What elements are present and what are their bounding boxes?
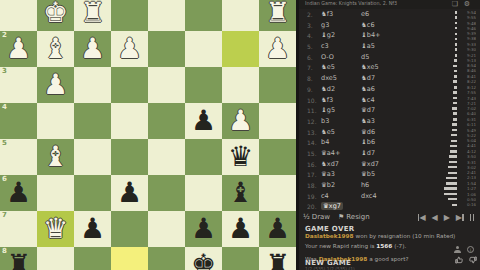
square-h7[interactable]: 7: [0, 211, 37, 247]
move-number: 9.: [307, 86, 319, 93]
black-move-Nd7[interactable]: ♞d7: [361, 74, 405, 82]
move-row-11: 11.♝g5♛d77:026:40: [299, 106, 480, 117]
move-navigation: ◀ ◀ ▶ ▶: [418, 213, 474, 222]
move-times: 9:339:30: [442, 42, 476, 53]
square-b8[interactable]: [222, 247, 259, 270]
black-move-dxc4[interactable]: dxc4: [361, 192, 405, 200]
square-d2[interactable]: [148, 31, 185, 67]
square-h4[interactable]: 4: [0, 103, 37, 139]
opening-name: Indian Game: Knights Variation, 2. Nf3: [305, 1, 389, 6]
square-g1[interactable]: ♚: [37, 0, 74, 31]
square-f7[interactable]: ♟: [74, 211, 111, 247]
move-times: 5:495:22: [442, 128, 476, 139]
move-times: 9:399:38: [442, 31, 476, 42]
move-times: 3:313:02: [442, 160, 476, 171]
move-row-3: 3.g3♞c69:489:46: [299, 21, 480, 32]
black-move-Qxd7[interactable]: ♛xd7: [361, 160, 405, 168]
move-times: 9:219:13: [442, 53, 476, 64]
square-d4[interactable]: [148, 103, 185, 139]
square-a5[interactable]: [259, 139, 296, 175]
nav-next-button[interactable]: ▶: [444, 213, 450, 222]
piece-bB-b6[interactable]: ♝: [222, 175, 259, 211]
square-b4[interactable]: ♟: [222, 103, 259, 139]
move-row-10: 10.♞f3♞c47:437:21: [299, 96, 480, 107]
square-a6[interactable]: [259, 175, 296, 211]
square-e5[interactable]: [111, 139, 148, 175]
rank-label-2: 2: [2, 32, 7, 39]
move-times: 9:489:46: [442, 21, 476, 32]
square-d5[interactable]: [148, 139, 185, 175]
rank-label-5: 5: [2, 140, 7, 147]
half-point-icon: ½: [303, 213, 310, 221]
square-g7[interactable]: ♛: [37, 211, 74, 247]
square-b5[interactable]: ♛: [222, 139, 259, 175]
square-h1[interactable]: [0, 0, 37, 31]
draw-label: Draw: [312, 213, 330, 221]
square-d1[interactable]: [148, 0, 185, 31]
square-b6[interactable]: ♝: [222, 175, 259, 211]
square-f4[interactable]: [74, 103, 111, 139]
square-b3[interactable]: [222, 67, 259, 103]
square-g5[interactable]: ♝: [37, 139, 74, 175]
white-move-b3[interactable]: b3: [321, 117, 359, 125]
nav-first-button[interactable]: ◀: [418, 213, 426, 222]
square-e4[interactable]: [111, 103, 148, 139]
square-e8[interactable]: [111, 247, 148, 270]
piece-bP-e6[interactable]: ♟: [111, 175, 148, 211]
rating-line: Your new Rapid rating is 1566 (-7).: [305, 243, 429, 250]
square-c6[interactable]: [185, 175, 222, 211]
result-line: Daslatbek1998 won by resignation (10 min…: [305, 233, 429, 240]
move-number: 13.: [307, 129, 319, 136]
move-row-6: 6.O-Od59:219:13: [299, 53, 480, 64]
move-row-19: 19.c4dxc41:060:50: [299, 192, 480, 203]
black-move-Nc6[interactable]: ♞c6: [361, 21, 405, 29]
opening-header: Indian Game: Knights Variation, 2. Nf3 ❏…: [299, 0, 480, 9]
piece-wR-a1[interactable]: ♜: [259, 0, 296, 31]
game-over-side-icons: i: [454, 246, 474, 253]
move-times: 8:418:22: [442, 74, 476, 85]
square-d8[interactable]: [148, 247, 185, 270]
move-times: 4:123:50: [442, 149, 476, 160]
square-c3[interactable]: [185, 67, 222, 103]
black-move-Bb4+[interactable]: ♝b4+: [361, 31, 405, 39]
square-d7[interactable]: [148, 211, 185, 247]
winner-name[interactable]: Daslatbek1998: [305, 233, 354, 239]
move-number: 11.: [307, 107, 319, 114]
square-h5[interactable]: 5: [0, 139, 37, 175]
move-row-16: 16.♞xd7♛xd73:313:02: [299, 160, 480, 171]
black-move-e6[interactable]: e6: [361, 10, 405, 18]
move-times: 8:548:46: [442, 63, 476, 74]
move-row-2: 2.♞f3e69:549:55: [299, 10, 480, 21]
square-b2[interactable]: [222, 31, 259, 67]
move-number: 16.: [307, 161, 319, 168]
square-e3[interactable]: [111, 67, 148, 103]
square-e2[interactable]: ♟: [111, 31, 148, 67]
white-move-Nf3[interactable]: ♞f3: [321, 96, 359, 104]
resign-label: Resign: [346, 213, 369, 221]
board-layout-icon[interactable]: ❏: [452, 1, 458, 8]
move-number: 8.: [307, 75, 319, 82]
piece-wP-a2[interactable]: ♟: [259, 31, 296, 67]
white-move-Qxg7[interactable]: ♛xg7: [321, 202, 359, 210]
black-move-d5[interactable]: d5: [361, 53, 405, 61]
new-game-panel: NEW GAME 1/2 (535) 1/2 (535) (1): [305, 259, 477, 270]
rank-label-4: 4: [2, 104, 7, 111]
move-number: 10.: [307, 97, 319, 104]
square-d3[interactable]: [148, 67, 185, 103]
square-h2[interactable]: 2♟: [0, 31, 37, 67]
move-times: 8:127:55: [442, 85, 476, 96]
piece-bP-b7[interactable]: ♟: [222, 211, 259, 247]
square-c1[interactable]: [185, 0, 222, 31]
square-f8[interactable]: [74, 247, 111, 270]
rank-label-6: 6: [2, 176, 7, 183]
move-row-13: 13.♞e5♛d65:495:22: [299, 128, 480, 139]
square-e1[interactable]: [111, 0, 148, 31]
game-over-heading: GAME OVER: [305, 225, 477, 233]
white-move-Ne5[interactable]: ♞e5: [321, 128, 359, 136]
rank-label-8: 8: [2, 248, 7, 255]
square-f3[interactable]: [74, 67, 111, 103]
piece-wK-g1[interactable]: ♚: [37, 0, 74, 31]
piece-wQ-g7[interactable]: ♛: [37, 211, 74, 247]
square-c7[interactable]: ♟: [185, 211, 222, 247]
piece-bP-c4[interactable]: ♟: [185, 103, 222, 139]
move-number: 19.: [307, 193, 319, 200]
square-c5[interactable]: [185, 139, 222, 175]
white-move-dxe5[interactable]: dxe5: [321, 74, 359, 82]
move-row-18: 18.♛b2h61:541:27: [299, 181, 480, 192]
move-number: 5.: [307, 43, 319, 50]
move-row-12: 12.b3♞a36:316:11: [299, 117, 480, 128]
move-times: 1:541:27: [442, 181, 476, 192]
move-row-8: 8.dxe5♞d78:418:22: [299, 74, 480, 85]
square-e6[interactable]: ♟: [111, 175, 148, 211]
move-number: 15.: [307, 150, 319, 157]
piece-bK-c8[interactable]: ♚: [185, 247, 222, 270]
square-f6[interactable]: [74, 175, 111, 211]
menu-icon[interactable]: [470, 213, 475, 222]
square-b1[interactable]: [222, 0, 259, 31]
white-move-O-O[interactable]: O-O: [321, 53, 359, 61]
square-g6[interactable]: [37, 175, 74, 211]
move-number: 4.: [307, 32, 319, 39]
rank-label-3: 3: [2, 68, 7, 75]
rank-label-7: 7: [2, 212, 7, 219]
move-number: 2.: [307, 11, 319, 18]
move-row-14: 14.b4♝b65:044:41: [299, 138, 480, 149]
move-number: 7.: [307, 64, 319, 71]
black-move-Bd7[interactable]: ♝d7: [361, 149, 405, 157]
square-g8[interactable]: [37, 247, 74, 270]
new-game-heading[interactable]: NEW GAME: [305, 259, 477, 267]
piece-bP-c7[interactable]: ♟: [185, 211, 222, 247]
black-move-Nc4[interactable]: ♞c4: [361, 96, 405, 104]
move-number: 18.: [307, 182, 319, 189]
nav-last-button[interactable]: ▶: [456, 213, 464, 222]
piece-wP-f2[interactable]: ♟: [74, 31, 111, 67]
square-h8[interactable]: 8♜: [0, 247, 37, 270]
move-number: 17.: [307, 171, 319, 178]
square-h6[interactable]: 6♟: [0, 175, 37, 211]
square-h3[interactable]: 3: [0, 67, 37, 103]
white-move-g3[interactable]: g3: [321, 21, 359, 29]
chess-board[interactable]: ♚♜♜2♟♝♟♟♟3♟4♟♟5♝♛6♟♟♝7♛♟♟♟♟8♜♚♜: [0, 0, 296, 270]
white-move-Nxd7[interactable]: ♞xd7: [321, 160, 359, 168]
black-move-h6[interactable]: h6: [361, 181, 405, 189]
black-move-Nxe5[interactable]: ♞xe5: [361, 63, 405, 71]
white-move-c3[interactable]: c3: [321, 42, 359, 50]
piece-bR-a8[interactable]: ♜: [259, 247, 296, 270]
piece-wB-g2[interactable]: ♝: [37, 31, 74, 67]
move-times: 9:549:55: [442, 10, 476, 21]
resign-flag-icon: ⚑: [338, 213, 344, 221]
move-row-15: 15.♛a4+♝d74:123:50: [299, 149, 480, 160]
black-move-Qb5[interactable]: ♛b5: [361, 170, 405, 178]
square-a3[interactable]: [259, 67, 296, 103]
black-move-Na6[interactable]: ♞a6: [361, 85, 405, 93]
white-move-Bg2[interactable]: ♝g2: [321, 31, 359, 39]
white-move-c4[interactable]: c4: [321, 192, 359, 200]
square-e7[interactable]: [111, 211, 148, 247]
move-row-4: 4.♝g2♝b4+9:399:38: [299, 31, 480, 42]
piece-bP-f7[interactable]: ♟: [74, 211, 111, 247]
white-move-Qb2[interactable]: ♛b2: [321, 181, 359, 189]
square-a4[interactable]: [259, 103, 296, 139]
move-times: 7:026:40: [442, 106, 476, 117]
move-row-7: 7.♞e5♞xe58:548:46: [299, 63, 480, 74]
info-icon[interactable]: i: [467, 246, 474, 253]
app-window: ♚♜♜2♟♝♟♟♟3♟4♟♟5♝♛6♟♟♝7♛♟♟♟♟8♜♚♜ Indian G…: [0, 0, 480, 270]
square-a7[interactable]: ♟: [259, 211, 296, 247]
square-a1[interactable]: ♜: [259, 0, 296, 31]
move-number: 3.: [307, 22, 319, 29]
square-f5[interactable]: [74, 139, 111, 175]
resign-button[interactable]: ⚑Resign: [338, 213, 370, 221]
square-g4[interactable]: [37, 103, 74, 139]
player-profile-icon[interactable]: [454, 246, 461, 253]
gear-icon[interactable]: ⚙: [464, 1, 470, 8]
square-g3[interactable]: ♟: [37, 67, 74, 103]
move-number: 6.: [307, 54, 319, 61]
white-move-Bg5[interactable]: ♝g5: [321, 106, 359, 114]
white-move-Nd2[interactable]: ♞d2: [321, 85, 359, 93]
black-move-Qd6[interactable]: ♛d6: [361, 128, 405, 136]
square-g2[interactable]: ♝: [37, 31, 74, 67]
square-c4[interactable]: ♟: [185, 103, 222, 139]
move-times: 5:044:41: [442, 138, 476, 149]
black-move-Na3[interactable]: ♞a3: [361, 117, 405, 125]
piece-wP-e2[interactable]: ♟: [111, 31, 148, 67]
white-move-Nf3[interactable]: ♞f3: [321, 10, 359, 18]
white-move-Ne5[interactable]: ♞e5: [321, 63, 359, 71]
move-times: 2:412:13: [442, 170, 476, 181]
move-number: 14.: [307, 139, 319, 146]
piece-bP-a7[interactable]: ♟: [259, 211, 296, 247]
square-b7[interactable]: ♟: [222, 211, 259, 247]
black-move-Bb6[interactable]: ♝b6: [361, 138, 405, 146]
move-row-9: 9.♞d2♞a68:127:55: [299, 85, 480, 96]
square-c8[interactable]: ♚: [185, 247, 222, 270]
black-move-Ba5[interactable]: ♝a5: [361, 42, 405, 50]
square-d6[interactable]: [148, 175, 185, 211]
actions-bar: ½Draw ⚑Resign ◀ ◀ ▶ ▶: [299, 212, 480, 224]
new-rating: 1566: [376, 243, 392, 249]
piece-wR-f1[interactable]: ♜: [74, 0, 111, 31]
piece-wP-g3[interactable]: ♟: [37, 67, 74, 103]
nav-prev-button[interactable]: ◀: [432, 213, 438, 222]
square-f2[interactable]: ♟: [74, 31, 111, 67]
square-f1[interactable]: ♜: [74, 0, 111, 31]
piece-wB-g5[interactable]: ♝: [37, 139, 74, 175]
draw-button[interactable]: ½Draw: [303, 213, 330, 221]
game-sidebar: Indian Game: Knights Variation, 2. Nf3 ❏…: [296, 0, 480, 270]
piece-wP-b4[interactable]: ♟: [222, 103, 259, 139]
move-row-5: 5.c3♝a59:339:30: [299, 42, 480, 53]
black-move-Qd7[interactable]: ♛d7: [361, 106, 405, 114]
square-c2[interactable]: [185, 31, 222, 67]
move-list[interactable]: 2.♞f3e69:549:553.g3♞c69:489:464.♝g2♝b4+9…: [299, 10, 480, 213]
square-a2[interactable]: ♟: [259, 31, 296, 67]
white-move-b4[interactable]: b4: [321, 138, 359, 146]
move-times: 6:316:11: [442, 117, 476, 128]
move-number: 20.: [307, 203, 319, 210]
move-row-17: 17.♛a3♛b52:412:13: [299, 170, 480, 181]
square-a8[interactable]: ♜: [259, 247, 296, 270]
move-number: 12.: [307, 118, 319, 125]
piece-bQ-b5[interactable]: ♛: [222, 139, 259, 175]
white-move-Qa3[interactable]: ♛a3: [321, 170, 359, 178]
white-move-Qa4+[interactable]: ♛a4+: [321, 149, 359, 157]
move-times: 7:437:21: [442, 96, 476, 107]
move-times: 1:060:50: [442, 192, 476, 203]
